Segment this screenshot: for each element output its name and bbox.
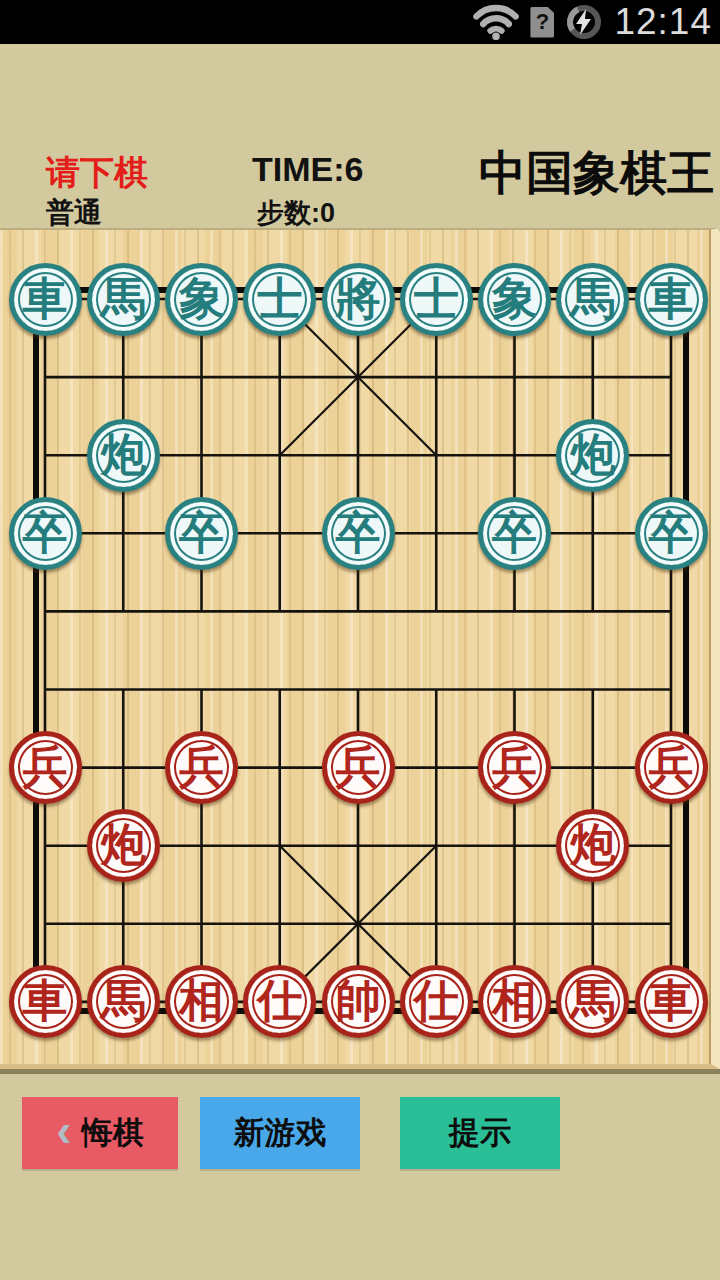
app-title: 中国象棋王 bbox=[479, 142, 714, 205]
sim-question-glyph: ? bbox=[536, 9, 549, 35]
battery-charging-icon bbox=[564, 2, 604, 42]
app-screen: ? 12:14 请下棋 普通 TIME:6 步数:0 中国象棋王 bbox=[0, 0, 720, 1280]
piece-black-elephant[interactable]: 象 bbox=[478, 263, 551, 336]
piece-black-soldier[interactable]: 卒 bbox=[9, 497, 82, 570]
piece-red-soldier[interactable]: 兵 bbox=[322, 731, 395, 804]
board-grid bbox=[0, 230, 711, 1064]
piece-red-horse[interactable]: 馬 bbox=[87, 965, 160, 1038]
piece-red-soldier[interactable]: 兵 bbox=[9, 731, 82, 804]
piece-black-soldier[interactable]: 卒 bbox=[635, 497, 708, 570]
piece-black-cannon[interactable]: 炮 bbox=[87, 419, 160, 492]
hint-button-label: 提示 bbox=[449, 1112, 511, 1154]
piece-black-chariot[interactable]: 車 bbox=[635, 263, 708, 336]
piece-black-advisor[interactable]: 士 bbox=[400, 263, 473, 336]
xiangqi-board[interactable]: 車馬象士將士象馬車炮炮卒卒卒卒卒兵兵兵兵兵炮炮車馬相仕帥仕相馬車 bbox=[0, 228, 720, 1069]
piece-red-soldier[interactable]: 兵 bbox=[635, 731, 708, 804]
wifi-icon bbox=[472, 4, 520, 40]
piece-red-advisor[interactable]: 仕 bbox=[400, 965, 473, 1038]
sim-unknown-icon: ? bbox=[530, 7, 554, 38]
new-game-button[interactable]: 新游戏 bbox=[200, 1097, 360, 1169]
piece-black-chariot[interactable]: 車 bbox=[9, 263, 82, 336]
piece-red-cannon[interactable]: 炮 bbox=[87, 809, 160, 882]
piece-black-soldier[interactable]: 卒 bbox=[322, 497, 395, 570]
piece-red-general[interactable]: 帥 bbox=[322, 965, 395, 1038]
status-message: 请下棋 bbox=[46, 150, 148, 196]
piece-red-soldier[interactable]: 兵 bbox=[165, 731, 238, 804]
chevron-left-icon: ‹ bbox=[56, 1103, 71, 1157]
piece-black-soldier[interactable]: 卒 bbox=[478, 497, 551, 570]
piece-red-soldier[interactable]: 兵 bbox=[478, 731, 551, 804]
piece-red-elephant[interactable]: 相 bbox=[478, 965, 551, 1038]
piece-black-soldier[interactable]: 卒 bbox=[165, 497, 238, 570]
piece-black-horse[interactable]: 馬 bbox=[556, 263, 629, 336]
piece-black-advisor[interactable]: 士 bbox=[243, 263, 316, 336]
piece-black-elephant[interactable]: 象 bbox=[165, 263, 238, 336]
piece-black-cannon[interactable]: 炮 bbox=[556, 419, 629, 492]
piece-red-cannon[interactable]: 炮 bbox=[556, 809, 629, 882]
piece-red-elephant[interactable]: 相 bbox=[165, 965, 238, 1038]
status-bar: ? 12:14 bbox=[0, 0, 720, 44]
new-game-button-label: 新游戏 bbox=[234, 1112, 327, 1154]
piece-red-chariot[interactable]: 車 bbox=[635, 965, 708, 1038]
hint-button[interactable]: 提示 bbox=[400, 1097, 560, 1169]
piece-red-chariot[interactable]: 車 bbox=[9, 965, 82, 1038]
difficulty-label: 普通 bbox=[46, 194, 102, 232]
clock-text: 12:14 bbox=[614, 0, 712, 44]
piece-black-horse[interactable]: 馬 bbox=[87, 263, 160, 336]
piece-black-general[interactable]: 將 bbox=[322, 263, 395, 336]
timer-label: TIME:6 bbox=[252, 150, 363, 189]
undo-button-label: 悔棋 bbox=[82, 1112, 144, 1154]
undo-button[interactable]: ‹ 悔棋 bbox=[22, 1097, 178, 1169]
move-counter-label: 步数:0 bbox=[257, 195, 335, 231]
